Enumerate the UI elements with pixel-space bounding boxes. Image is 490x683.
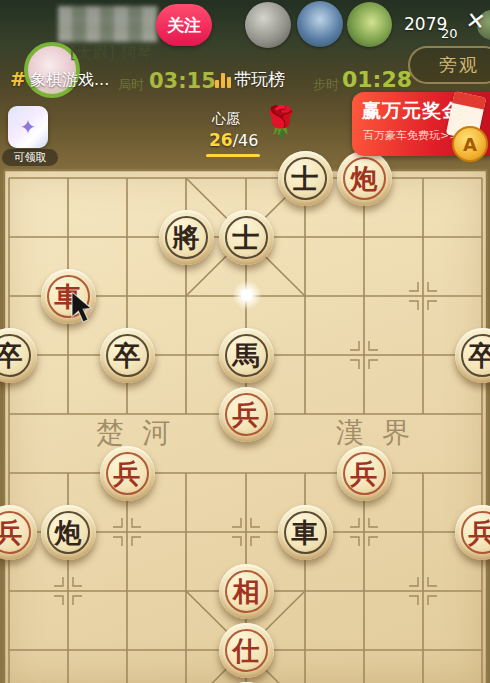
mouse-cursor xyxy=(70,292,96,324)
piece-glyph: 兵 xyxy=(0,519,23,546)
game-time-value: 03:15 xyxy=(149,69,216,93)
piece-red-兵[interactable]: 兵 xyxy=(100,446,155,501)
piece-glyph: 車 xyxy=(292,519,319,546)
piece-black-將[interactable]: 將 xyxy=(159,210,214,265)
piece-glyph: 馬 xyxy=(233,342,260,369)
follow-button[interactable]: 关注 xyxy=(156,4,212,46)
blurred-streamer-name xyxy=(58,6,158,42)
game-time-label: 局时 xyxy=(118,76,144,94)
piece-glyph: 兵 xyxy=(351,460,378,487)
rose-icon[interactable]: 🌹 xyxy=(262,104,299,139)
piece-red-兵[interactable]: 兵 xyxy=(219,387,274,442)
piece-glyph: 炮 xyxy=(351,165,378,192)
live-stream-xiangqi-screen: 楚河 漢界 士炮將士車卒卒馬卒兵兵兵兵炮車兵相仕帥 ✦ 关注 2079 20 ✕… xyxy=(0,0,490,683)
piece-glyph: 士 xyxy=(233,224,260,251)
piece-black-車[interactable]: 車 xyxy=(278,505,333,560)
piece-black-卒[interactable]: 卒 xyxy=(100,328,155,383)
sparkle-effect: ✦ xyxy=(232,280,262,310)
piece-black-士[interactable]: 士 xyxy=(219,210,274,265)
piece-black-炮[interactable]: 炮 xyxy=(41,505,96,560)
avatar[interactable] xyxy=(245,2,291,48)
piece-red-相[interactable]: 相 xyxy=(219,564,274,619)
avatar[interactable] xyxy=(297,1,343,47)
wish-label: 心愿 xyxy=(212,110,240,128)
piece-glyph: 卒 xyxy=(469,342,490,369)
piece-red-炮[interactable]: 炮 xyxy=(337,151,392,206)
piece-glyph: 炮 xyxy=(55,519,82,546)
banner-title: 赢万元奖金 xyxy=(362,98,462,124)
streamer-title: [太尉] 阿琴 xyxy=(70,44,153,63)
avatar[interactable] xyxy=(347,2,392,47)
secondary-count: 20 xyxy=(441,26,458,41)
coin-icon: A xyxy=(452,126,488,162)
piece-glyph: 將 xyxy=(173,224,200,251)
piece-glyph: 仕 xyxy=(233,637,260,664)
x-mark-icon[interactable]: ✕ xyxy=(464,7,487,35)
piece-glyph: 相 xyxy=(233,578,260,605)
gift-box-icon[interactable]: ✦ xyxy=(8,106,48,148)
piece-black-士[interactable]: 士 xyxy=(278,151,333,206)
wish-count: 26/46 xyxy=(209,130,258,150)
piece-glyph: 士 xyxy=(292,165,319,192)
wish-current: 26 xyxy=(209,130,233,150)
banner-subtitle: 百万豪车免费玩>> xyxy=(363,128,458,143)
river-label-left: 楚河 xyxy=(96,414,188,452)
prize-banner[interactable]: 赢万元奖金 百万豪车免费玩>> A xyxy=(352,92,490,156)
move-time-value: 01:28 xyxy=(342,67,412,92)
play-rank-button[interactable]: 带玩榜 xyxy=(234,68,285,91)
piece-red-仕[interactable]: 仕 xyxy=(219,623,274,678)
piece-glyph: 兵 xyxy=(233,401,260,428)
piece-glyph: 兵 xyxy=(114,460,141,487)
claimable-badge[interactable]: 可领取 xyxy=(2,149,58,166)
piece-glyph: 卒 xyxy=(114,342,141,369)
wish-total: /46 xyxy=(233,131,259,150)
piece-glyph: 卒 xyxy=(0,342,23,369)
move-time-label: 步时 xyxy=(313,76,339,94)
piece-black-馬[interactable]: 馬 xyxy=(219,328,274,383)
wish-progress-bar xyxy=(206,154,260,157)
hashtag-icon: # xyxy=(10,68,26,90)
spectate-button[interactable]: 旁观 xyxy=(408,46,490,84)
topic-title[interactable]: 象棋游戏... xyxy=(30,70,109,91)
chart-bars-icon xyxy=(215,72,231,88)
piece-red-兵[interactable]: 兵 xyxy=(337,446,392,501)
piece-glyph: 兵 xyxy=(469,519,490,546)
river-label-right: 漢界 xyxy=(336,414,428,452)
